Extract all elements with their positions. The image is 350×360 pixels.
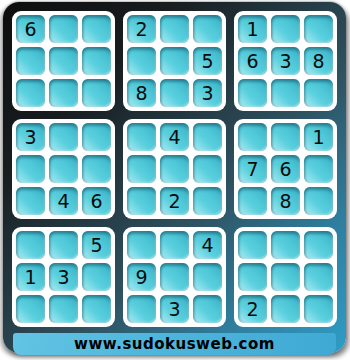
- cell-r1c7[interactable]: 1: [238, 15, 267, 43]
- cell-r6c6[interactable]: [193, 187, 222, 215]
- block-3-1: 513: [12, 227, 115, 327]
- cell-r5c7[interactable]: 7: [238, 155, 267, 183]
- block-1-3: 1638: [234, 11, 337, 111]
- cell-r7c1[interactable]: [16, 231, 45, 259]
- block-3-2: 493: [123, 227, 226, 327]
- cell-r9c8[interactable]: [271, 295, 300, 323]
- block-2-2: 42: [123, 119, 226, 219]
- cell-r7c4[interactable]: [127, 231, 156, 259]
- footer-url[interactable]: www.sudokusweb.com: [74, 335, 275, 353]
- cell-r5c2[interactable]: [49, 155, 78, 183]
- cell-r7c6[interactable]: 4: [193, 231, 222, 259]
- cell-r9c7[interactable]: 2: [238, 295, 267, 323]
- footer-band: www.sudokusweb.com: [13, 333, 336, 355]
- cell-r9c9[interactable]: [304, 295, 333, 323]
- block-2-1: 346: [12, 119, 115, 219]
- cell-r8c7[interactable]: [238, 263, 267, 291]
- cell-r2c6[interactable]: 5: [193, 47, 222, 75]
- block-3-3: 2: [234, 227, 337, 327]
- cell-r4c1[interactable]: 3: [16, 123, 45, 151]
- cell-r2c8[interactable]: 3: [271, 47, 300, 75]
- sudoku-board-frame: 6258316383464217685134932 www.sudokusweb…: [3, 2, 346, 353]
- cell-r8c8[interactable]: [271, 263, 300, 291]
- cell-r3c2[interactable]: [49, 79, 78, 107]
- cell-r6c5[interactable]: 2: [160, 187, 189, 215]
- cell-r4c9[interactable]: 1: [304, 123, 333, 151]
- cell-r3c3[interactable]: [82, 79, 111, 107]
- cell-r4c4[interactable]: [127, 123, 156, 151]
- cell-r7c9[interactable]: [304, 231, 333, 259]
- cell-r6c1[interactable]: [16, 187, 45, 215]
- cell-r9c3[interactable]: [82, 295, 111, 323]
- cell-r6c7[interactable]: [238, 187, 267, 215]
- cell-r2c2[interactable]: [49, 47, 78, 75]
- cell-r2c9[interactable]: 8: [304, 47, 333, 75]
- block-1-1: 6: [12, 11, 115, 111]
- cell-r5c8[interactable]: 6: [271, 155, 300, 183]
- cell-r1c6[interactable]: [193, 15, 222, 43]
- cell-r8c6[interactable]: [193, 263, 222, 291]
- cell-r7c8[interactable]: [271, 231, 300, 259]
- block-2-3: 1768: [234, 119, 337, 219]
- cell-r8c4[interactable]: 9: [127, 263, 156, 291]
- cell-r7c2[interactable]: [49, 231, 78, 259]
- cell-r1c1[interactable]: 6: [16, 15, 45, 43]
- cell-r6c9[interactable]: [304, 187, 333, 215]
- cell-r4c5[interactable]: 4: [160, 123, 189, 151]
- cell-r9c1[interactable]: [16, 295, 45, 323]
- cell-r3c8[interactable]: [271, 79, 300, 107]
- cell-r9c4[interactable]: [127, 295, 156, 323]
- cell-r1c4[interactable]: 2: [127, 15, 156, 43]
- page: 6258316383464217685134932 www.sudokusweb…: [0, 0, 350, 360]
- cell-r1c9[interactable]: [304, 15, 333, 43]
- cell-r5c1[interactable]: [16, 155, 45, 183]
- cell-r8c9[interactable]: [304, 263, 333, 291]
- cell-r4c3[interactable]: [82, 123, 111, 151]
- cell-r3c4[interactable]: 8: [127, 79, 156, 107]
- cell-r5c9[interactable]: [304, 155, 333, 183]
- cell-r7c5[interactable]: [160, 231, 189, 259]
- cell-r5c6[interactable]: [193, 155, 222, 183]
- cell-r9c6[interactable]: [193, 295, 222, 323]
- cell-r7c7[interactable]: [238, 231, 267, 259]
- cell-r4c6[interactable]: [193, 123, 222, 151]
- cell-r8c5[interactable]: [160, 263, 189, 291]
- cell-r2c5[interactable]: [160, 47, 189, 75]
- cell-r6c4[interactable]: [127, 187, 156, 215]
- cell-r4c2[interactable]: [49, 123, 78, 151]
- cell-r3c6[interactable]: 3: [193, 79, 222, 107]
- block-1-2: 2583: [123, 11, 226, 111]
- cell-r2c3[interactable]: [82, 47, 111, 75]
- cell-r2c4[interactable]: [127, 47, 156, 75]
- sudoku-board: 6258316383464217685134932: [12, 11, 337, 327]
- cell-r5c4[interactable]: [127, 155, 156, 183]
- cell-r3c9[interactable]: [304, 79, 333, 107]
- cell-r4c7[interactable]: [238, 123, 267, 151]
- cell-r1c5[interactable]: [160, 15, 189, 43]
- cell-r6c8[interactable]: 8: [271, 187, 300, 215]
- cell-r5c5[interactable]: [160, 155, 189, 183]
- cell-r8c2[interactable]: 3: [49, 263, 78, 291]
- cell-r3c5[interactable]: [160, 79, 189, 107]
- cell-r8c1[interactable]: 1: [16, 263, 45, 291]
- cell-r2c7[interactable]: 6: [238, 47, 267, 75]
- cell-r4c8[interactable]: [271, 123, 300, 151]
- cell-r9c5[interactable]: 3: [160, 295, 189, 323]
- cell-r7c3[interactable]: 5: [82, 231, 111, 259]
- cell-r6c2[interactable]: 4: [49, 187, 78, 215]
- cell-r1c3[interactable]: [82, 15, 111, 43]
- cell-r3c1[interactable]: [16, 79, 45, 107]
- cell-r5c3[interactable]: [82, 155, 111, 183]
- cell-r2c1[interactable]: [16, 47, 45, 75]
- cell-r1c2[interactable]: [49, 15, 78, 43]
- cell-r9c2[interactable]: [49, 295, 78, 323]
- cell-r3c7[interactable]: [238, 79, 267, 107]
- cell-r1c8[interactable]: [271, 15, 300, 43]
- cell-r6c3[interactable]: 6: [82, 187, 111, 215]
- cell-r8c3[interactable]: [82, 263, 111, 291]
